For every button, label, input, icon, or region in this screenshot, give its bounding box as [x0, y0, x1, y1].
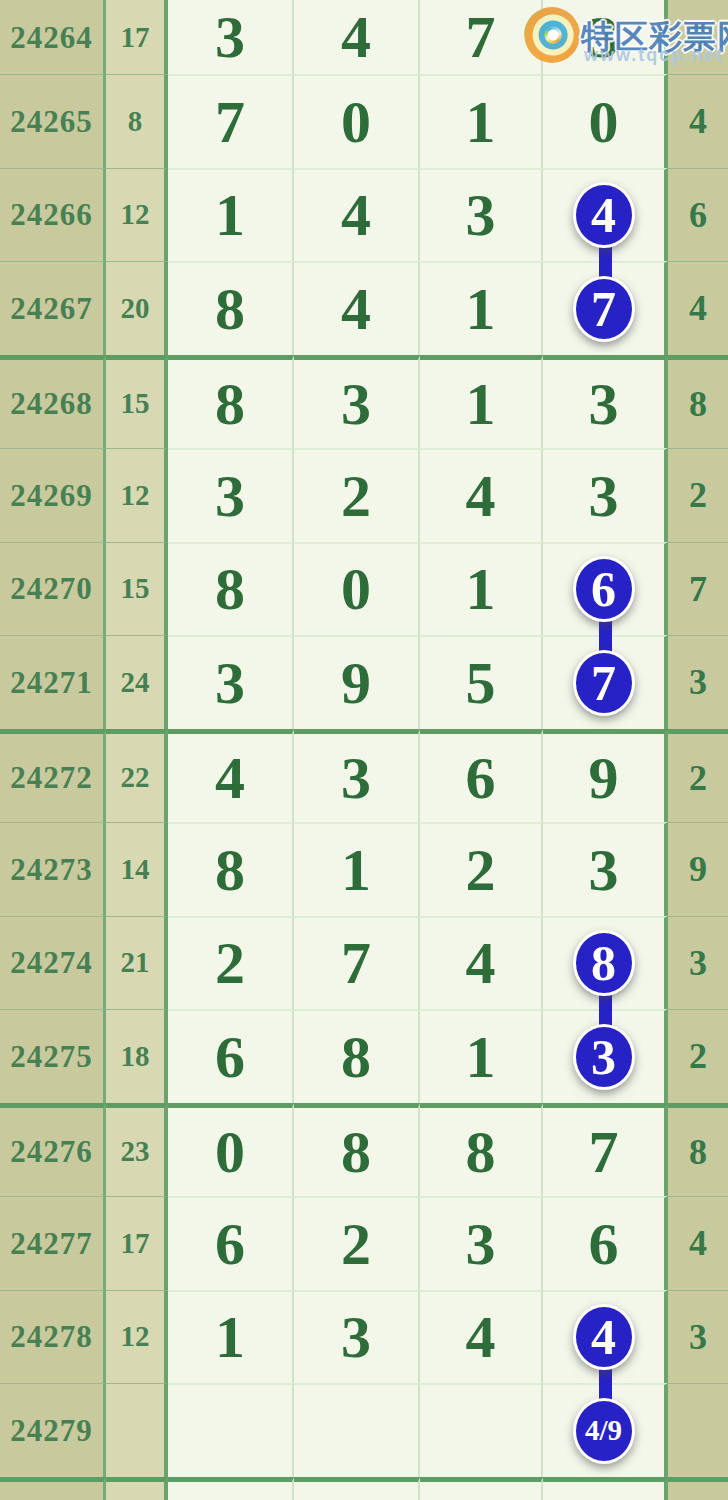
tail-cell: 3: [668, 635, 728, 729]
issue-cell: 24275: [0, 1009, 106, 1103]
digit-cell: 3: [294, 1290, 420, 1384]
digit-cell: 9: [543, 729, 668, 823]
digit-cell: 4: [294, 261, 420, 355]
sum-cell: 22: [106, 729, 168, 823]
digit-cell: 8: [168, 355, 294, 449]
tail-cell: [668, 1383, 728, 1477]
issue-cell: 24274: [0, 916, 106, 1010]
winning-digit-circle: 4: [573, 182, 635, 248]
winning-digit-circle: 4: [573, 1304, 635, 1370]
tail-cell: 4: [668, 74, 728, 168]
issue-cell: [0, 1477, 106, 1500]
tail-cell: 3: [668, 916, 728, 1010]
tail-cell: 9: [668, 822, 728, 916]
digit-cell: 7: [420, 0, 543, 74]
digit-cell: 8: [543, 916, 668, 1010]
issue-cell: 24264: [0, 0, 106, 74]
digit-cell: 3: [420, 168, 543, 262]
digit-cell: 3: [543, 448, 668, 542]
digit-cell: 8: [294, 1103, 420, 1197]
digit-cell: [294, 1477, 420, 1500]
digit-cell: 7: [543, 1103, 668, 1197]
winning-digit-circle: 7: [573, 650, 635, 716]
digit-cell: 3: [168, 0, 294, 74]
issue-cell: 24265: [0, 74, 106, 168]
sum-cell: 15: [106, 542, 168, 636]
digit-cell: 3: [168, 448, 294, 542]
digit-cell: 6: [543, 1196, 668, 1290]
digit-cell: 3: [294, 729, 420, 823]
issue-cell: 24276: [0, 1103, 106, 1197]
tail-cell: 8: [668, 1103, 728, 1197]
issue-cell: 24271: [0, 635, 106, 729]
tail-cell: 2: [668, 1009, 728, 1103]
tail-cell: 2: [668, 448, 728, 542]
digit-cell: 2: [294, 1196, 420, 1290]
digit-cell: 4: [420, 1290, 543, 1384]
draw-history-grid: 24264 17 3 4 7 3 5 24265 8 7 0 1 0 4 242…: [0, 0, 728, 1500]
tail-cell: 3: [668, 1290, 728, 1384]
digit-cell: 4: [168, 729, 294, 823]
digit-cell: 1: [168, 168, 294, 262]
winning-digit-circle: 7: [573, 276, 635, 342]
digit-cell: 4: [294, 0, 420, 74]
digit-cell: 3: [543, 822, 668, 916]
digit-cell: 1: [420, 1009, 543, 1103]
digit-cell: 5: [420, 635, 543, 729]
tail-cell: 5: [668, 0, 728, 74]
sum-cell: 8: [106, 74, 168, 168]
digit-cell: 3: [420, 1196, 543, 1290]
digit-cell: 0: [168, 1103, 294, 1197]
digit-cell: 8: [420, 1103, 543, 1197]
issue-cell: 24267: [0, 261, 106, 355]
tail-cell: 2: [668, 729, 728, 823]
digit-cell: 2: [420, 822, 543, 916]
issue-cell: 24277: [0, 1196, 106, 1290]
digit-cell: 6: [543, 542, 668, 636]
sum-cell: 20: [106, 261, 168, 355]
digit-cell: 4: [543, 1290, 668, 1384]
issue-cell: 24268: [0, 355, 106, 449]
digit-cell: 4: [420, 916, 543, 1010]
digit-cell: 9: [294, 635, 420, 729]
winning-digit-circle: 4/9: [573, 1398, 635, 1464]
digit-cell: [168, 1383, 294, 1477]
sum-cell: 21: [106, 916, 168, 1010]
tail-cell: [668, 1477, 728, 1500]
sum-cell: 15: [106, 355, 168, 449]
digit-cell: 6: [420, 729, 543, 823]
winning-digit-circle: 3: [573, 1024, 635, 1090]
sum-cell: 18: [106, 1009, 168, 1103]
digit-cell: 1: [420, 261, 543, 355]
digit-cell: [543, 1477, 668, 1500]
digit-cell: 2: [168, 916, 294, 1010]
digit-cell: 4: [420, 448, 543, 542]
sum-cell: 24: [106, 635, 168, 729]
digit-cell: 4: [543, 168, 668, 262]
sum-cell: [106, 1383, 168, 1477]
digit-cell: 3: [294, 355, 420, 449]
digit-cell: 8: [168, 822, 294, 916]
issue-cell: 24273: [0, 822, 106, 916]
digit-cell: [420, 1477, 543, 1500]
lottery-trend-chart: 24264 17 3 4 7 3 5 24265 8 7 0 1 0 4 242…: [0, 0, 728, 1500]
tail-cell: 4: [668, 261, 728, 355]
digit-cell: 1: [168, 1290, 294, 1384]
digit-cell: 3: [543, 355, 668, 449]
digit-cell: 4: [294, 168, 420, 262]
digit-cell: 1: [420, 542, 543, 636]
digit-cell: [168, 1477, 294, 1500]
sum-cell: 12: [106, 168, 168, 262]
digit-cell: 6: [168, 1196, 294, 1290]
digit-cell: 7: [168, 74, 294, 168]
issue-cell: 24266: [0, 168, 106, 262]
issue-cell: 24270: [0, 542, 106, 636]
tail-cell: 8: [668, 355, 728, 449]
digit-cell: 1: [420, 74, 543, 168]
winning-digit-circle: 6: [573, 556, 635, 622]
digit-cell: 0: [543, 74, 668, 168]
sum-cell: 17: [106, 0, 168, 74]
sum-cell: 23: [106, 1103, 168, 1197]
digit-cell: 2: [294, 448, 420, 542]
tail-cell: 6: [668, 168, 728, 262]
winning-digit-circle: 8: [573, 930, 635, 996]
digit-cell: 8: [294, 1009, 420, 1103]
digit-cell: 8: [168, 261, 294, 355]
digit-cell: 0: [294, 542, 420, 636]
digit-cell: 0: [294, 74, 420, 168]
tail-cell: 4: [668, 1196, 728, 1290]
digit-cell: [294, 1383, 420, 1477]
sum-cell: 12: [106, 1290, 168, 1384]
digit-cell: 1: [294, 822, 420, 916]
digit-cell: [420, 1383, 543, 1477]
sum-cell: 17: [106, 1196, 168, 1290]
digit-cell: 3: [168, 635, 294, 729]
sum-cell: 14: [106, 822, 168, 916]
sum-cell: [106, 1477, 168, 1500]
digit-cell: 7: [294, 916, 420, 1010]
issue-cell: 24279: [0, 1383, 106, 1477]
tail-cell: 7: [668, 542, 728, 636]
digit-cell: 8: [168, 542, 294, 636]
digit-cell: 1: [420, 355, 543, 449]
issue-cell: 24278: [0, 1290, 106, 1384]
digit-cell: 3: [543, 0, 668, 74]
digit-cell: 6: [168, 1009, 294, 1103]
issue-cell: 24272: [0, 729, 106, 823]
issue-cell: 24269: [0, 448, 106, 542]
sum-cell: 12: [106, 448, 168, 542]
